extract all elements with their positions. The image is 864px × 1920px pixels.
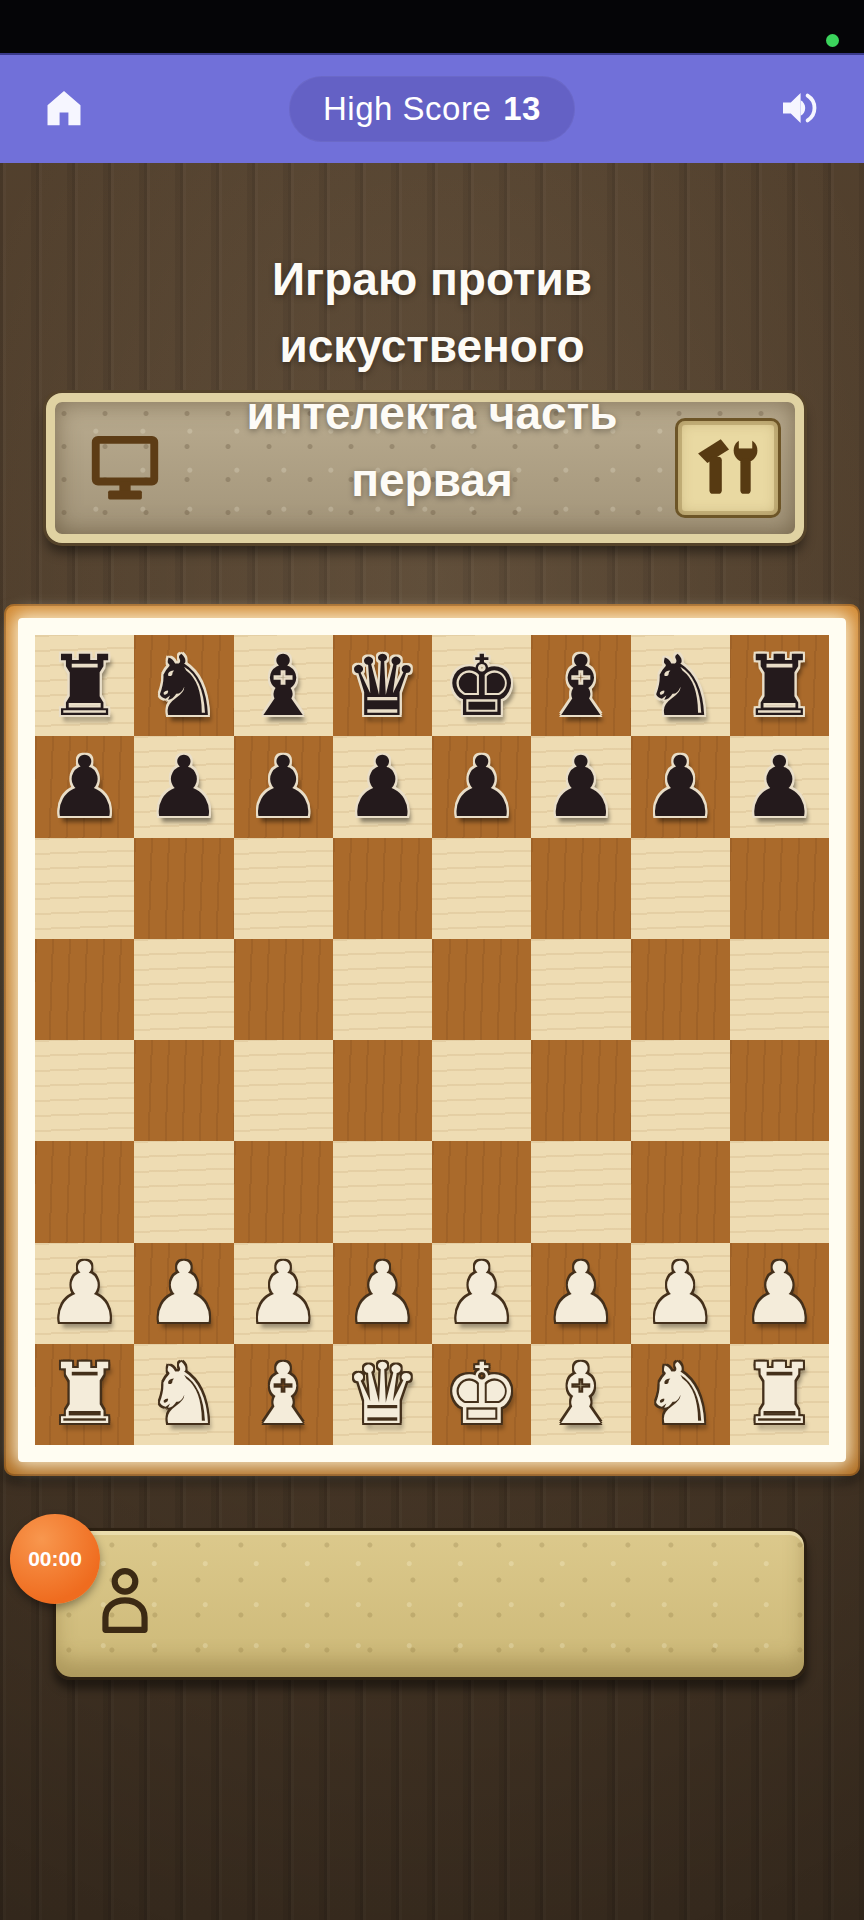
stream-title-line: искуственого bbox=[0, 313, 864, 380]
square-a6[interactable] bbox=[35, 838, 134, 939]
square-f3[interactable] bbox=[531, 1141, 630, 1242]
white-bishop[interactable]: ♝ bbox=[543, 1352, 618, 1436]
square-e6[interactable] bbox=[432, 838, 531, 939]
app-screen: High Score 13 Играю против искуственого … bbox=[0, 0, 864, 1920]
black-pawn[interactable]: ♟ bbox=[642, 745, 717, 829]
square-d5[interactable] bbox=[333, 939, 432, 1040]
square-g6[interactable] bbox=[631, 838, 730, 939]
white-queen[interactable]: ♛ bbox=[345, 1352, 420, 1436]
square-d6[interactable] bbox=[333, 838, 432, 939]
speaker-icon bbox=[776, 84, 824, 135]
black-pawn[interactable]: ♟ bbox=[245, 745, 320, 829]
black-pawn[interactable]: ♟ bbox=[444, 745, 519, 829]
square-c5[interactable] bbox=[234, 939, 333, 1040]
player-icon bbox=[98, 1567, 152, 1641]
square-e2[interactable]: ♟ bbox=[432, 1243, 531, 1344]
white-king[interactable]: ♚ bbox=[444, 1352, 519, 1436]
square-b7[interactable]: ♟ bbox=[134, 736, 233, 837]
chess-board: ♜♞♝♛♚♝♞♜♟♟♟♟♟♟♟♟♟♟♟♟♟♟♟♟♜♞♝♛♚♝♞♜ bbox=[4, 604, 860, 1476]
square-g5[interactable] bbox=[631, 939, 730, 1040]
black-knight[interactable]: ♞ bbox=[146, 644, 221, 728]
square-g3[interactable] bbox=[631, 1141, 730, 1242]
square-d8[interactable]: ♛ bbox=[333, 635, 432, 736]
square-a5[interactable] bbox=[35, 939, 134, 1040]
square-a4[interactable] bbox=[35, 1040, 134, 1141]
square-c8[interactable]: ♝ bbox=[234, 635, 333, 736]
square-c2[interactable]: ♟ bbox=[234, 1243, 333, 1344]
square-d7[interactable]: ♟ bbox=[333, 736, 432, 837]
stream-title-line: Играю против bbox=[0, 246, 864, 313]
black-bishop[interactable]: ♝ bbox=[543, 644, 618, 728]
hammer-wrench-icon bbox=[693, 434, 763, 503]
white-pawn[interactable]: ♟ bbox=[146, 1251, 221, 1335]
square-f4[interactable] bbox=[531, 1040, 630, 1141]
move-timer: 00:00 bbox=[10, 1514, 100, 1604]
square-g1[interactable]: ♞ bbox=[631, 1344, 730, 1445]
square-c3[interactable] bbox=[234, 1141, 333, 1242]
square-f5[interactable] bbox=[531, 939, 630, 1040]
high-score-pill[interactable]: High Score 13 bbox=[289, 76, 575, 142]
square-c4[interactable] bbox=[234, 1040, 333, 1141]
square-a8[interactable]: ♜ bbox=[35, 635, 134, 736]
black-queen[interactable]: ♛ bbox=[345, 644, 420, 728]
black-pawn[interactable]: ♟ bbox=[543, 745, 618, 829]
black-knight[interactable]: ♞ bbox=[642, 644, 717, 728]
square-b3[interactable] bbox=[134, 1141, 233, 1242]
white-rook[interactable]: ♜ bbox=[742, 1352, 817, 1436]
sound-button[interactable] bbox=[772, 81, 828, 137]
recording-indicator-dot bbox=[826, 34, 839, 47]
square-d1[interactable]: ♛ bbox=[333, 1344, 432, 1445]
white-pawn[interactable]: ♟ bbox=[245, 1251, 320, 1335]
square-d4[interactable] bbox=[333, 1040, 432, 1141]
square-h6[interactable] bbox=[730, 838, 829, 939]
square-e5[interactable] bbox=[432, 939, 531, 1040]
square-g2[interactable]: ♟ bbox=[631, 1243, 730, 1344]
chess-board-grid: ♜♞♝♛♚♝♞♜♟♟♟♟♟♟♟♟♟♟♟♟♟♟♟♟♜♞♝♛♚♝♞♜ bbox=[35, 635, 829, 1445]
high-score-label: High Score bbox=[323, 90, 491, 128]
white-pawn[interactable]: ♟ bbox=[642, 1251, 717, 1335]
timer-value: 00:00 bbox=[28, 1547, 82, 1571]
square-c6[interactable] bbox=[234, 838, 333, 939]
black-king[interactable]: ♚ bbox=[444, 644, 519, 728]
monitor-icon bbox=[87, 432, 163, 504]
square-a7[interactable]: ♟ bbox=[35, 736, 134, 837]
board-inner-border: ♜♞♝♛♚♝♞♜♟♟♟♟♟♟♟♟♟♟♟♟♟♟♟♟♜♞♝♛♚♝♞♜ bbox=[18, 618, 846, 1462]
high-score-value: 13 bbox=[503, 90, 541, 128]
black-rook[interactable]: ♜ bbox=[742, 644, 817, 728]
square-b4[interactable] bbox=[134, 1040, 233, 1141]
black-bishop[interactable]: ♝ bbox=[245, 644, 320, 728]
square-f7[interactable]: ♟ bbox=[531, 736, 630, 837]
header-bar: High Score 13 bbox=[0, 53, 864, 163]
square-e8[interactable]: ♚ bbox=[432, 635, 531, 736]
white-knight[interactable]: ♞ bbox=[146, 1352, 221, 1436]
white-knight[interactable]: ♞ bbox=[642, 1352, 717, 1436]
home-icon bbox=[41, 85, 87, 134]
mode-banner bbox=[46, 393, 804, 543]
square-e7[interactable]: ♟ bbox=[432, 736, 531, 837]
home-button[interactable] bbox=[36, 81, 92, 137]
square-b6[interactable] bbox=[134, 838, 233, 939]
square-b1[interactable]: ♞ bbox=[134, 1344, 233, 1445]
square-e3[interactable] bbox=[432, 1141, 531, 1242]
square-h8[interactable]: ♜ bbox=[730, 635, 829, 736]
square-b5[interactable] bbox=[134, 939, 233, 1040]
black-rook[interactable]: ♜ bbox=[47, 644, 122, 728]
square-b2[interactable]: ♟ bbox=[134, 1243, 233, 1344]
square-f6[interactable] bbox=[531, 838, 630, 939]
square-f2[interactable]: ♟ bbox=[531, 1243, 630, 1344]
square-d2[interactable]: ♟ bbox=[333, 1243, 432, 1344]
square-f8[interactable]: ♝ bbox=[531, 635, 630, 736]
square-b8[interactable]: ♞ bbox=[134, 635, 233, 736]
black-pawn[interactable]: ♟ bbox=[742, 745, 817, 829]
square-f1[interactable]: ♝ bbox=[531, 1344, 630, 1445]
white-pawn[interactable]: ♟ bbox=[444, 1251, 519, 1335]
white-pawn[interactable]: ♟ bbox=[742, 1251, 817, 1335]
settings-tools-button[interactable] bbox=[675, 418, 781, 518]
square-d3[interactable] bbox=[333, 1141, 432, 1242]
white-bishop[interactable]: ♝ bbox=[245, 1352, 320, 1436]
square-h5[interactable] bbox=[730, 939, 829, 1040]
status-bar bbox=[0, 0, 864, 53]
black-pawn[interactable]: ♟ bbox=[146, 745, 221, 829]
black-pawn[interactable]: ♟ bbox=[47, 745, 122, 829]
square-a1[interactable]: ♜ bbox=[35, 1344, 134, 1445]
white-pawn[interactable]: ♟ bbox=[543, 1251, 618, 1335]
square-e4[interactable] bbox=[432, 1040, 531, 1141]
square-e1[interactable]: ♚ bbox=[432, 1344, 531, 1445]
square-h7[interactable]: ♟ bbox=[730, 736, 829, 837]
square-g8[interactable]: ♞ bbox=[631, 635, 730, 736]
square-h1[interactable]: ♜ bbox=[730, 1344, 829, 1445]
square-h3[interactable] bbox=[730, 1141, 829, 1242]
white-rook[interactable]: ♜ bbox=[47, 1352, 122, 1436]
white-pawn[interactable]: ♟ bbox=[345, 1251, 420, 1335]
white-pawn[interactable]: ♟ bbox=[47, 1251, 122, 1335]
black-pawn[interactable]: ♟ bbox=[345, 745, 420, 829]
square-a2[interactable]: ♟ bbox=[35, 1243, 134, 1344]
square-h4[interactable] bbox=[730, 1040, 829, 1141]
square-a3[interactable] bbox=[35, 1141, 134, 1242]
square-g4[interactable] bbox=[631, 1040, 730, 1141]
square-h2[interactable]: ♟ bbox=[730, 1243, 829, 1344]
square-c7[interactable]: ♟ bbox=[234, 736, 333, 837]
square-g7[interactable]: ♟ bbox=[631, 736, 730, 837]
square-c1[interactable]: ♝ bbox=[234, 1344, 333, 1445]
player-panel bbox=[53, 1528, 807, 1680]
